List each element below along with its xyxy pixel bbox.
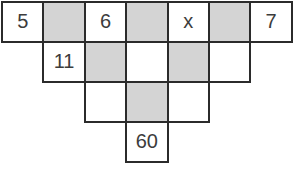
cell-r1c5: x xyxy=(167,1,210,43)
cell-r1c7: 7 xyxy=(249,1,292,43)
cell-value: 11 xyxy=(54,51,75,71)
cell-value: 5 xyxy=(17,11,28,31)
cell-r2c4 xyxy=(125,41,168,83)
shaded-cell-r2c3 xyxy=(84,41,127,83)
cell-r1c3: 6 xyxy=(84,1,127,43)
shaded-cell-r1c2 xyxy=(42,1,85,43)
cell-value: 7 xyxy=(265,11,276,31)
pyramid-board: 56x71160 xyxy=(0,0,294,164)
cell-r2c6 xyxy=(208,41,251,83)
cell-r4c4: 60 xyxy=(125,121,168,163)
cell-r2c2: 11 xyxy=(42,41,85,83)
shaded-cell-r1c6 xyxy=(208,1,251,43)
cell-value: 6 xyxy=(100,11,111,31)
shaded-cell-r3c4 xyxy=(125,81,168,123)
cell-r3c3 xyxy=(84,81,127,123)
cell-value: x xyxy=(183,11,193,31)
cell-r1c1: 5 xyxy=(1,1,44,43)
cell-value: 60 xyxy=(136,131,158,151)
shaded-cell-r2c5 xyxy=(167,41,210,83)
cell-r3c5 xyxy=(167,81,210,123)
shaded-cell-r1c4 xyxy=(125,1,168,43)
